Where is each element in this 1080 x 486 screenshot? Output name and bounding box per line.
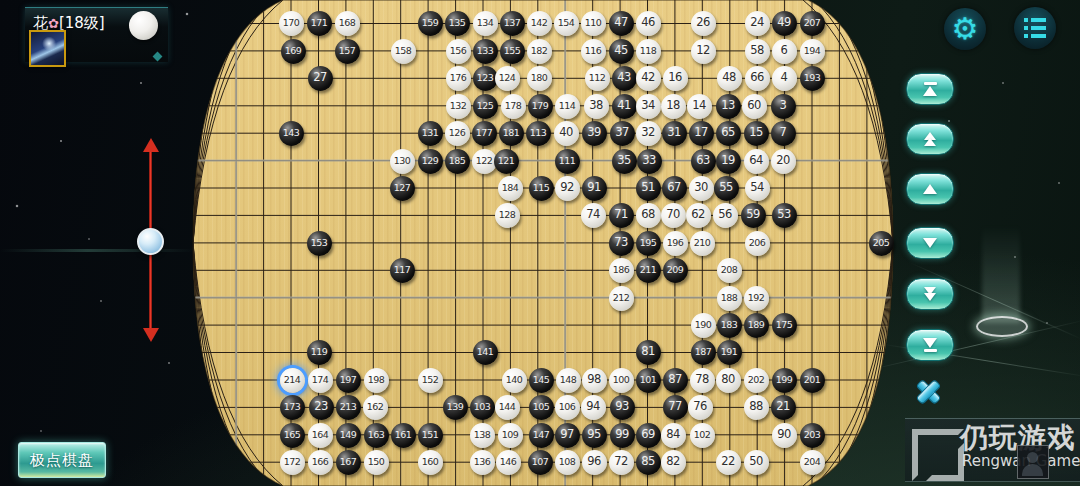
stone-128: 128 xyxy=(495,203,520,228)
stone-15: 15 xyxy=(744,121,769,146)
stone-194: 194 xyxy=(800,39,825,64)
stone-37: 37 xyxy=(610,121,635,146)
stone-182: 182 xyxy=(527,39,552,64)
stone-45: 45 xyxy=(609,39,634,64)
stone-150: 150 xyxy=(364,450,389,475)
stone-48: 48 xyxy=(717,66,742,91)
stone-110: 110 xyxy=(581,11,606,36)
stone-166: 166 xyxy=(308,450,333,475)
stone-112: 112 xyxy=(585,66,610,91)
stone-190: 190 xyxy=(691,313,716,338)
down-triangle-icon xyxy=(923,338,937,348)
stone-3: 3 xyxy=(771,94,796,119)
stone-206: 206 xyxy=(745,231,770,256)
skip-to-first-button[interactable] xyxy=(906,73,954,105)
stone-135: 135 xyxy=(445,11,470,36)
stone-121: 121 xyxy=(494,149,519,174)
stone-184: 184 xyxy=(498,176,523,201)
stone-17: 17 xyxy=(689,121,714,146)
person-icon xyxy=(1017,445,1049,479)
stone-209: 209 xyxy=(663,258,688,283)
stone-137: 137 xyxy=(500,11,525,36)
stone-202: 202 xyxy=(744,368,769,393)
down-arrowhead-icon xyxy=(143,328,159,342)
stone-4: 4 xyxy=(772,66,797,91)
stone-97: 97 xyxy=(555,423,580,448)
stone-176: 176 xyxy=(446,66,471,91)
stone-47: 47 xyxy=(609,11,634,36)
stone-68: 68 xyxy=(636,203,661,228)
stone-90: 90 xyxy=(772,423,797,448)
stone-122: 122 xyxy=(472,149,497,174)
stone-46: 46 xyxy=(636,11,661,36)
stone-125: 125 xyxy=(473,94,498,119)
stone-127: 127 xyxy=(390,176,415,201)
stone-12: 12 xyxy=(691,39,716,64)
stone-49: 49 xyxy=(772,11,797,36)
step-forward-button[interactable] xyxy=(906,227,954,259)
stone-64: 64 xyxy=(744,149,769,174)
stone-187: 187 xyxy=(691,340,716,365)
stone-189: 189 xyxy=(744,313,769,338)
stone-32: 32 xyxy=(636,121,661,146)
stone-214: 214 xyxy=(280,368,305,393)
stone-65: 65 xyxy=(716,121,741,146)
stone-95: 95 xyxy=(582,423,607,448)
stone-58: 58 xyxy=(745,39,770,64)
stone-31: 31 xyxy=(662,121,687,146)
stone-53: 53 xyxy=(772,203,797,228)
stone-63: 63 xyxy=(691,149,716,174)
stone-124: 124 xyxy=(495,66,520,91)
stone-40: 40 xyxy=(554,121,579,146)
stone-162: 162 xyxy=(363,395,388,420)
stone-108: 108 xyxy=(555,450,580,475)
stone-159: 159 xyxy=(418,11,443,36)
stone-188: 188 xyxy=(717,286,742,311)
stone-100: 100 xyxy=(609,368,634,393)
stone-19: 19 xyxy=(716,149,741,174)
stone-171: 171 xyxy=(307,11,332,36)
stone-77: 77 xyxy=(663,395,688,420)
stone-71: 71 xyxy=(609,203,634,228)
stone-102: 102 xyxy=(690,423,715,448)
stone-113: 113 xyxy=(526,121,551,146)
stone-208: 208 xyxy=(717,258,742,283)
stone-67: 67 xyxy=(662,176,687,201)
stone-195: 195 xyxy=(636,231,661,256)
stone-185: 185 xyxy=(445,149,470,174)
stone-54: 54 xyxy=(745,176,770,201)
down-triangle-icon xyxy=(924,293,936,301)
stone-84: 84 xyxy=(661,423,686,448)
slider-handle[interactable] xyxy=(137,228,164,255)
stone-136: 136 xyxy=(470,450,495,475)
stone-14: 14 xyxy=(687,94,712,119)
stone-138: 138 xyxy=(470,423,495,448)
stone-98: 98 xyxy=(582,368,607,393)
stone-161: 161 xyxy=(391,423,416,448)
stone-39: 39 xyxy=(582,121,607,146)
stone-69: 69 xyxy=(636,423,661,448)
stone-62: 62 xyxy=(686,203,711,228)
stone-85: 85 xyxy=(636,450,661,475)
stone-173: 173 xyxy=(280,395,305,420)
settings-button[interactable]: ⚙ xyxy=(944,8,986,50)
stone-180: 180 xyxy=(527,66,552,91)
stone-24: 24 xyxy=(745,11,770,36)
stone-20: 20 xyxy=(771,149,796,174)
stone-175: 175 xyxy=(772,313,797,338)
avatar[interactable] xyxy=(29,30,66,67)
stone-142: 142 xyxy=(527,11,552,36)
stone-96: 96 xyxy=(582,450,607,475)
stone-133: 133 xyxy=(473,39,498,64)
stone-111: 111 xyxy=(555,149,580,174)
stone-7: 7 xyxy=(771,121,796,146)
stone-76: 76 xyxy=(688,395,713,420)
stone-146: 146 xyxy=(496,450,521,475)
panel-gem-icon xyxy=(153,52,163,62)
stone-51: 51 xyxy=(636,176,661,201)
stone-117: 117 xyxy=(390,258,415,283)
stone-207: 207 xyxy=(800,11,825,36)
stone-42: 42 xyxy=(636,66,661,91)
stone-143: 143 xyxy=(279,121,304,146)
stone-105: 105 xyxy=(529,395,554,420)
stone-196: 196 xyxy=(663,231,688,256)
stone-114: 114 xyxy=(555,94,580,119)
stone-179: 179 xyxy=(528,94,553,119)
stone-72: 72 xyxy=(609,450,634,475)
rengwan-logo-icon xyxy=(910,423,958,475)
stone-35: 35 xyxy=(612,149,637,174)
stone-73: 73 xyxy=(609,231,634,256)
stone-74: 74 xyxy=(581,203,606,228)
stone-201: 201 xyxy=(800,368,825,393)
stone-56: 56 xyxy=(713,203,738,228)
player-stone-color-white xyxy=(129,11,158,40)
stone-198: 198 xyxy=(364,368,389,393)
stone-33: 33 xyxy=(637,149,662,174)
stone-94: 94 xyxy=(581,395,606,420)
stone-204: 204 xyxy=(800,450,825,475)
stone-129: 129 xyxy=(418,149,443,174)
bar-icon xyxy=(924,82,937,85)
stone-164: 164 xyxy=(308,423,333,448)
stone-170: 170 xyxy=(279,11,304,36)
stone-210: 210 xyxy=(690,231,715,256)
stone-140: 140 xyxy=(502,368,527,393)
stone-6: 6 xyxy=(772,39,797,64)
stone-167: 167 xyxy=(336,450,361,475)
stone-106: 106 xyxy=(555,395,580,420)
polar-board-button[interactable]: 极点棋盘 xyxy=(18,442,106,478)
stone-154: 154 xyxy=(554,11,579,36)
stone-160: 160 xyxy=(418,450,443,475)
stone-148: 148 xyxy=(556,368,581,393)
stone-34: 34 xyxy=(636,94,661,119)
down-triangle-icon xyxy=(923,238,937,248)
stone-181: 181 xyxy=(499,121,524,146)
close-button[interactable] xyxy=(914,377,943,406)
stone-139: 139 xyxy=(443,395,468,420)
player-panel: 花✿[18级] xyxy=(25,7,168,62)
stone-149: 149 xyxy=(336,423,361,448)
flower-icon: ✿ xyxy=(48,16,59,31)
fast-forward-button[interactable] xyxy=(906,278,954,310)
stone-152: 152 xyxy=(418,368,443,393)
stone-55: 55 xyxy=(714,176,739,201)
stone-130: 130 xyxy=(390,149,415,174)
fast-backward-button[interactable] xyxy=(906,123,954,155)
stone-66: 66 xyxy=(745,66,770,91)
up-triangle-icon xyxy=(923,184,937,194)
gear-icon: ⚙ xyxy=(952,14,979,44)
stone-82: 82 xyxy=(661,450,686,475)
step-backward-button[interactable] xyxy=(906,173,954,205)
stone-13: 13 xyxy=(716,94,741,119)
stone-27: 27 xyxy=(308,66,333,91)
stone-155: 155 xyxy=(500,39,525,64)
stone-107: 107 xyxy=(528,450,553,475)
skip-to-last-button[interactable] xyxy=(906,329,954,361)
stone-103: 103 xyxy=(470,395,495,420)
stone-123: 123 xyxy=(473,66,498,91)
stone-163: 163 xyxy=(364,423,389,448)
stone-197: 197 xyxy=(336,368,361,393)
stone-186: 186 xyxy=(609,258,634,283)
up-triangle-icon xyxy=(924,138,936,146)
stone-169: 169 xyxy=(281,39,306,64)
stone-213: 213 xyxy=(336,395,361,420)
stone-174: 174 xyxy=(308,368,333,393)
stone-60: 60 xyxy=(742,94,767,119)
stone-147: 147 xyxy=(529,423,554,448)
stone-109: 109 xyxy=(498,423,523,448)
stone-81: 81 xyxy=(636,340,661,365)
stone-199: 199 xyxy=(772,368,797,393)
menu-button[interactable] xyxy=(1014,7,1056,49)
stone-41: 41 xyxy=(612,94,637,119)
stone-16: 16 xyxy=(663,66,688,91)
stone-43: 43 xyxy=(612,66,637,91)
stone-50: 50 xyxy=(744,450,769,475)
stone-26: 26 xyxy=(691,11,716,36)
stone-172: 172 xyxy=(280,450,305,475)
stone-126: 126 xyxy=(445,121,470,146)
stone-78: 78 xyxy=(690,368,715,393)
stone-116: 116 xyxy=(581,39,606,64)
stone-183: 183 xyxy=(717,313,742,338)
stone-59: 59 xyxy=(741,203,766,228)
stone-134: 134 xyxy=(473,11,498,36)
stone-91: 91 xyxy=(582,176,607,201)
up-arrowhead-icon xyxy=(143,138,159,152)
stone-141: 141 xyxy=(473,340,498,365)
app-screen: 1701711681591351341371421541104746262449… xyxy=(0,0,1080,486)
stone-87: 87 xyxy=(663,368,688,393)
stone-144: 144 xyxy=(495,395,520,420)
stone-165: 165 xyxy=(280,423,305,448)
stone-18: 18 xyxy=(661,94,686,119)
stone-80: 80 xyxy=(716,368,741,393)
stone-203: 203 xyxy=(800,423,825,448)
stone-178: 178 xyxy=(501,94,526,119)
stone-101: 101 xyxy=(636,368,661,393)
stone-157: 157 xyxy=(335,39,360,64)
stone-191: 191 xyxy=(717,340,742,365)
stone-158: 158 xyxy=(391,39,416,64)
stone-92: 92 xyxy=(555,176,580,201)
stone-193: 193 xyxy=(800,66,825,91)
stone-93: 93 xyxy=(610,395,635,420)
stone-38: 38 xyxy=(584,94,609,119)
stone-118: 118 xyxy=(636,39,661,64)
stone-30: 30 xyxy=(689,176,714,201)
stone-88: 88 xyxy=(744,395,769,420)
stone-115: 115 xyxy=(529,176,554,201)
stone-153: 153 xyxy=(307,231,332,256)
stone-177: 177 xyxy=(472,121,497,146)
stone-22: 22 xyxy=(716,450,741,475)
stone-205: 205 xyxy=(869,231,894,256)
bar-icon xyxy=(924,349,937,352)
stone-23: 23 xyxy=(309,395,334,420)
stone-70: 70 xyxy=(661,203,686,228)
stone-145: 145 xyxy=(529,368,554,393)
stone-168: 168 xyxy=(335,11,360,36)
stone-21: 21 xyxy=(771,395,796,420)
board-curvature-slider[interactable] xyxy=(136,140,166,340)
stone-119: 119 xyxy=(307,340,332,365)
stone-151: 151 xyxy=(418,423,443,448)
up-triangle-icon xyxy=(923,86,937,96)
stone-212: 212 xyxy=(609,286,634,311)
stone-156: 156 xyxy=(446,39,471,64)
stone-131: 131 xyxy=(418,121,443,146)
stone-99: 99 xyxy=(610,423,635,448)
list-icon xyxy=(1024,18,1046,38)
stone-132: 132 xyxy=(446,94,471,119)
stone-192: 192 xyxy=(744,286,769,311)
stone-211: 211 xyxy=(636,258,661,283)
watermark: 仍玩游戏 Rengwan Games xyxy=(905,418,1080,482)
